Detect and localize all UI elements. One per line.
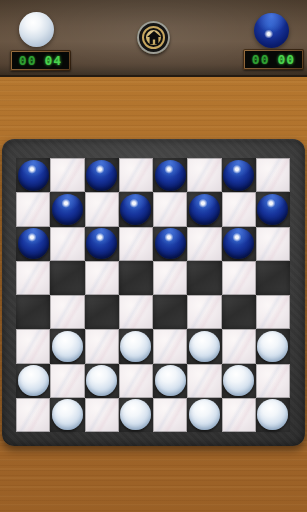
square-b3[interactable] [50,329,84,363]
white-piece-d1[interactable] [120,399,151,430]
square-g2[interactable] [222,364,256,398]
square-a7 [16,192,50,226]
square-f3[interactable] [187,329,221,363]
square-g7 [222,192,256,226]
blue-piece-g6[interactable] [223,228,254,259]
square-c5 [85,261,119,295]
square-g5 [222,261,256,295]
square-b7[interactable] [50,192,84,226]
square-a2[interactable] [16,364,50,398]
square-f2 [187,364,221,398]
square-d7[interactable] [119,192,153,226]
square-g6[interactable] [222,227,256,261]
square-b1[interactable] [50,398,84,432]
square-e3 [153,329,187,363]
blue-piece-d7[interactable] [120,194,151,225]
square-e8[interactable] [153,158,187,192]
square-b6 [50,227,84,261]
blue-piece-a6[interactable] [18,228,49,259]
white-piece-h3[interactable] [257,331,288,362]
square-a5 [16,261,50,295]
white-piece-b1[interactable] [52,399,83,430]
square-d6 [119,227,153,261]
blue-piece-c8[interactable] [86,160,117,191]
white-piece-f3[interactable] [189,331,220,362]
square-a1 [16,398,50,432]
square-f6 [187,227,221,261]
square-e5 [153,261,187,295]
app-screen: 0004 0000 [0,0,307,512]
white-piece-e2[interactable] [155,365,186,396]
square-f5[interactable] [187,261,221,295]
square-d5[interactable] [119,261,153,295]
blue-piece-e8[interactable] [155,160,186,191]
square-e4[interactable] [153,295,187,329]
square-c3 [85,329,119,363]
top-panel: 0004 0000 [0,0,307,77]
square-c4[interactable] [85,295,119,329]
square-h1[interactable] [256,398,290,432]
square-f4 [187,295,221,329]
white-piece-c2[interactable] [86,365,117,396]
square-b8 [50,158,84,192]
square-g4[interactable] [222,295,256,329]
white-timer-seconds: 04 [45,54,63,67]
square-d8 [119,158,153,192]
square-e1 [153,398,187,432]
square-a8[interactable] [16,158,50,192]
square-c8[interactable] [85,158,119,192]
square-c6[interactable] [85,227,119,261]
blue-piece-f7[interactable] [189,194,220,225]
square-f1[interactable] [187,398,221,432]
square-e7 [153,192,187,226]
home-icon [147,31,161,44]
square-c7 [85,192,119,226]
square-f7[interactable] [187,192,221,226]
square-d2 [119,364,153,398]
square-a3 [16,329,50,363]
square-h5[interactable] [256,261,290,295]
square-f8 [187,158,221,192]
white-timer: 0004 [10,50,71,71]
white-piece-a2[interactable] [18,365,49,396]
square-g1 [222,398,256,432]
square-d3[interactable] [119,329,153,363]
square-g8[interactable] [222,158,256,192]
square-d4 [119,295,153,329]
square-c1 [85,398,119,432]
white-piece-g2[interactable] [223,365,254,396]
blue-player-ball [254,13,289,48]
home-button[interactable] [137,21,170,54]
square-h2 [256,364,290,398]
white-piece-f1[interactable] [189,399,220,430]
square-e2[interactable] [153,364,187,398]
blue-piece-g8[interactable] [223,160,254,191]
square-b5[interactable] [50,261,84,295]
square-h7[interactable] [256,192,290,226]
game-board [2,139,305,446]
square-h6 [256,227,290,261]
white-player-ball [19,12,54,47]
blue-piece-c6[interactable] [86,228,117,259]
white-piece-d3[interactable] [120,331,151,362]
square-h4 [256,295,290,329]
white-piece-h1[interactable] [257,399,288,430]
square-e6[interactable] [153,227,187,261]
white-timer-minutes: 00 [19,54,37,67]
square-h8 [256,158,290,192]
board-grid [16,158,290,432]
blue-piece-b7[interactable] [52,194,83,225]
square-g3 [222,329,256,363]
white-piece-b3[interactable] [52,331,83,362]
square-a6[interactable] [16,227,50,261]
blue-timer-display: 0000 [245,51,302,68]
blue-timer-seconds: 00 [278,53,296,66]
square-a4[interactable] [16,295,50,329]
blue-timer: 0000 [243,49,304,70]
square-h3[interactable] [256,329,290,363]
square-d1[interactable] [119,398,153,432]
square-b4 [50,295,84,329]
square-b2 [50,364,84,398]
blue-piece-h7[interactable] [257,194,288,225]
blue-timer-minutes: 00 [252,53,270,66]
white-timer-display: 0004 [12,52,69,69]
square-c2[interactable] [85,364,119,398]
blue-piece-a8[interactable] [18,160,49,191]
blue-piece-e6[interactable] [155,228,186,259]
